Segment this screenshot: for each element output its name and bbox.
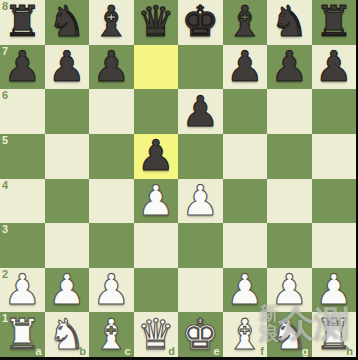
square-b4[interactable] [45, 179, 90, 224]
square-g3[interactable] [267, 223, 312, 268]
square-g7[interactable]: ♟ [267, 45, 312, 90]
piece-white-pawn-b2[interactable]: ♟ [45, 268, 90, 313]
square-d4[interactable]: ♟ [134, 179, 179, 224]
piece-white-pawn-h2[interactable]: ♟ [312, 268, 357, 313]
square-e1[interactable]: e♚ [178, 312, 223, 357]
chess-app-screenshot: 8♜♞♝♛♚♝♞♜7♟♟♟♟♟♟6♟5♟4♟♟32♟♟♟♟♟♟1a♜b♞c♝d♛… [0, 0, 358, 360]
square-c5[interactable] [89, 134, 134, 179]
square-b3[interactable] [45, 223, 90, 268]
square-c2[interactable]: ♟ [89, 268, 134, 313]
square-b6[interactable] [45, 89, 90, 134]
piece-black-pawn-d5[interactable]: ♟ [134, 134, 179, 179]
square-h7[interactable]: ♟ [312, 45, 357, 90]
square-g1[interactable]: g♞ [267, 312, 312, 357]
rank-label-4: 4 [2, 179, 8, 192]
square-g4[interactable] [267, 179, 312, 224]
piece-white-pawn-f2[interactable]: ♟ [223, 268, 268, 313]
square-g5[interactable] [267, 134, 312, 179]
square-e2[interactable] [178, 268, 223, 313]
piece-black-pawn-e6[interactable]: ♟ [178, 89, 223, 134]
square-e5[interactable] [178, 134, 223, 179]
piece-black-bishop-f8[interactable]: ♝ [223, 0, 268, 45]
piece-white-bishop-f1[interactable]: ♝ [223, 312, 268, 357]
square-e8[interactable]: ♚ [178, 0, 223, 45]
piece-white-knight-b1[interactable]: ♞ [45, 312, 90, 357]
square-f2[interactable]: ♟ [223, 268, 268, 313]
square-b2[interactable]: ♟ [45, 268, 90, 313]
square-d5[interactable]: ♟ [134, 134, 179, 179]
square-f8[interactable]: ♝ [223, 0, 268, 45]
square-f6[interactable] [223, 89, 268, 134]
square-a2[interactable]: 2♟ [0, 268, 45, 313]
square-e3[interactable] [178, 223, 223, 268]
square-a1[interactable]: 1a♜ [0, 312, 45, 357]
square-c8[interactable]: ♝ [89, 0, 134, 45]
square-h4[interactable] [312, 179, 357, 224]
rank-label-6: 6 [2, 89, 8, 102]
piece-black-pawn-a7[interactable]: ♟ [0, 45, 45, 90]
piece-black-rook-a8[interactable]: ♜ [0, 0, 45, 45]
piece-white-pawn-e4[interactable]: ♟ [178, 179, 223, 224]
piece-white-king-e1[interactable]: ♚ [178, 312, 223, 357]
piece-white-pawn-g2[interactable]: ♟ [267, 268, 312, 313]
square-b7[interactable]: ♟ [45, 45, 90, 90]
square-h8[interactable]: ♜ [312, 0, 357, 45]
piece-black-pawn-b7[interactable]: ♟ [45, 45, 90, 90]
piece-white-queen-d1[interactable]: ♛ [134, 312, 179, 357]
square-d7[interactable] [134, 45, 179, 90]
piece-white-rook-a1[interactable]: ♜ [0, 312, 45, 357]
square-e6[interactable]: ♟ [178, 89, 223, 134]
square-d6[interactable] [134, 89, 179, 134]
square-a7[interactable]: 7♟ [0, 45, 45, 90]
square-h2[interactable]: ♟ [312, 268, 357, 313]
piece-black-rook-h8[interactable]: ♜ [312, 0, 357, 45]
square-b5[interactable] [45, 134, 90, 179]
square-e4[interactable]: ♟ [178, 179, 223, 224]
piece-black-bishop-c8[interactable]: ♝ [89, 0, 134, 45]
square-h3[interactable] [312, 223, 357, 268]
piece-black-king-e8[interactable]: ♚ [178, 0, 223, 45]
square-f4[interactable] [223, 179, 268, 224]
square-h1[interactable]: h♜ [312, 312, 357, 357]
square-a3[interactable]: 3 [0, 223, 45, 268]
piece-white-knight-g1[interactable]: ♞ [267, 312, 312, 357]
chess-board: 8♜♞♝♛♚♝♞♜7♟♟♟♟♟♟6♟5♟4♟♟32♟♟♟♟♟♟1a♜b♞c♝d♛… [0, 0, 356, 357]
square-f1[interactable]: f♝ [223, 312, 268, 357]
piece-black-pawn-g7[interactable]: ♟ [267, 45, 312, 90]
piece-black-queen-d8[interactable]: ♛ [134, 0, 179, 45]
square-c6[interactable] [89, 89, 134, 134]
square-c7[interactable]: ♟ [89, 45, 134, 90]
square-a4[interactable]: 4 [0, 179, 45, 224]
square-f7[interactable]: ♟ [223, 45, 268, 90]
piece-white-rook-h1[interactable]: ♜ [312, 312, 357, 357]
piece-black-knight-b8[interactable]: ♞ [45, 0, 90, 45]
square-d8[interactable]: ♛ [134, 0, 179, 45]
square-a8[interactable]: 8♜ [0, 0, 45, 45]
square-f5[interactable] [223, 134, 268, 179]
square-a6[interactable]: 6 [0, 89, 45, 134]
square-d3[interactable] [134, 223, 179, 268]
piece-black-pawn-h7[interactable]: ♟ [312, 45, 357, 90]
square-a5[interactable]: 5 [0, 134, 45, 179]
piece-white-pawn-a2[interactable]: ♟ [0, 268, 45, 313]
square-h6[interactable] [312, 89, 357, 134]
piece-black-pawn-c7[interactable]: ♟ [89, 45, 134, 90]
square-c4[interactable] [89, 179, 134, 224]
square-b1[interactable]: b♞ [45, 312, 90, 357]
piece-black-pawn-f7[interactable]: ♟ [223, 45, 268, 90]
square-d2[interactable] [134, 268, 179, 313]
square-c3[interactable] [89, 223, 134, 268]
rank-label-3: 3 [2, 223, 8, 236]
piece-black-knight-g8[interactable]: ♞ [267, 0, 312, 45]
piece-white-pawn-d4[interactable]: ♟ [134, 179, 179, 224]
square-f3[interactable] [223, 223, 268, 268]
square-g2[interactable]: ♟ [267, 268, 312, 313]
piece-white-bishop-c1[interactable]: ♝ [89, 312, 134, 357]
square-e7[interactable] [178, 45, 223, 90]
square-c1[interactable]: c♝ [89, 312, 134, 357]
rank-label-5: 5 [2, 134, 8, 147]
piece-white-pawn-c2[interactable]: ♟ [89, 268, 134, 313]
square-g8[interactable]: ♞ [267, 0, 312, 45]
square-d1[interactable]: d♛ [134, 312, 179, 357]
square-h5[interactable] [312, 134, 357, 179]
square-g6[interactable] [267, 89, 312, 134]
square-b8[interactable]: ♞ [45, 0, 90, 45]
